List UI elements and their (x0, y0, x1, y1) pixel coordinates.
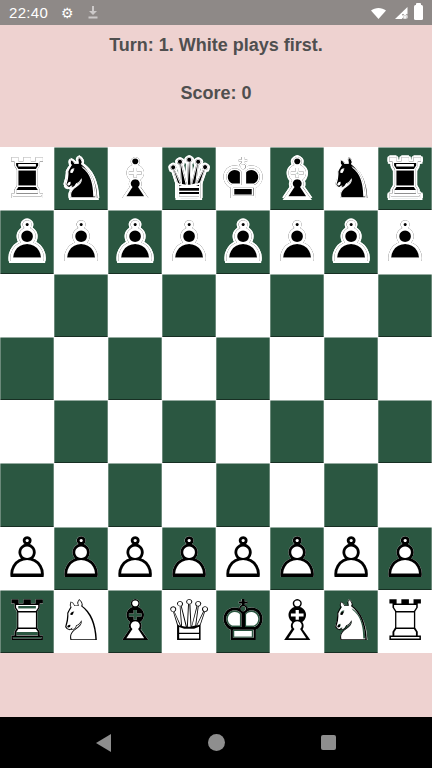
square-a7[interactable]: ♟♙ (0, 210, 54, 273)
square-b4[interactable] (54, 400, 108, 463)
square-b1[interactable]: ♞♘ (54, 590, 108, 653)
piece-black-rook[interactable]: ♜♖ (0, 147, 54, 210)
piece-outline-glyph: ♙ (324, 527, 378, 590)
piece-black-queen[interactable]: ♛♕ (162, 147, 216, 210)
square-g2[interactable]: ♟♙ (324, 527, 378, 590)
square-h6[interactable] (378, 274, 432, 337)
square-g7[interactable]: ♟♙ (324, 210, 378, 273)
score-status-text: Score: 0 (0, 56, 432, 104)
square-e7[interactable]: ♟♙ (216, 210, 270, 273)
piece-outline-glyph: ♙ (108, 210, 162, 273)
square-c4[interactable] (108, 400, 162, 463)
square-a1[interactable]: ♜♖ (0, 590, 54, 653)
battery-icon (414, 5, 423, 20)
square-b7[interactable]: ♟♙ (54, 210, 108, 273)
wifi-icon (370, 6, 387, 20)
square-g3[interactable] (324, 463, 378, 526)
square-d3[interactable] (162, 463, 216, 526)
piece-outline-glyph: ♖ (378, 590, 432, 653)
square-a3[interactable] (0, 463, 54, 526)
piece-black-pawn[interactable]: ♟♙ (324, 210, 378, 273)
status-bar-right-icons (370, 5, 423, 20)
turn-status-text: Turn: 1. White plays first. (0, 25, 432, 56)
clock-time: 22:40 (9, 4, 48, 21)
square-f5[interactable] (270, 337, 324, 400)
piece-white-pawn[interactable]: ♟♙ (54, 527, 108, 590)
square-f3[interactable] (270, 463, 324, 526)
square-e5[interactable] (216, 337, 270, 400)
piece-outline-glyph: ♖ (0, 147, 54, 210)
piece-outline-glyph: ♙ (378, 210, 432, 273)
piece-white-pawn[interactable]: ♟♙ (378, 527, 432, 590)
piece-black-pawn[interactable]: ♟♙ (54, 210, 108, 273)
square-d8[interactable]: ♛♕ (162, 147, 216, 210)
piece-outline-glyph: ♗ (270, 590, 324, 653)
back-button[interactable] (96, 734, 111, 752)
piece-outline-glyph: ♙ (54, 210, 108, 273)
piece-outline-glyph: ♙ (270, 210, 324, 273)
piece-white-knight[interactable]: ♞♘ (54, 590, 108, 653)
cell-signal-no-sim-icon (392, 6, 409, 20)
piece-outline-glyph: ♙ (162, 527, 216, 590)
status-bar: 22:40 ⚙ (0, 0, 432, 25)
piece-black-pawn[interactable]: ♟♙ (216, 210, 270, 273)
piece-black-pawn[interactable]: ♟♙ (108, 210, 162, 273)
piece-outline-glyph: ♗ (108, 147, 162, 210)
square-c3[interactable] (108, 463, 162, 526)
square-f4[interactable] (270, 400, 324, 463)
piece-white-queen[interactable]: ♛♕ (162, 590, 216, 653)
piece-outline-glyph: ♖ (378, 147, 432, 210)
piece-white-pawn[interactable]: ♟♙ (324, 527, 378, 590)
piece-black-pawn[interactable]: ♟♙ (270, 210, 324, 273)
square-h8[interactable]: ♜♖ (378, 147, 432, 210)
square-b3[interactable] (54, 463, 108, 526)
square-h1[interactable]: ♜♖ (378, 590, 432, 653)
square-c8[interactable]: ♝♗ (108, 147, 162, 210)
piece-black-pawn[interactable]: ♟♙ (378, 210, 432, 273)
piece-outline-glyph: ♖ (0, 590, 54, 653)
square-b2[interactable]: ♟♙ (54, 527, 108, 590)
square-c7[interactable]: ♟♙ (108, 210, 162, 273)
piece-white-knight[interactable]: ♞♘ (324, 590, 378, 653)
piece-black-king[interactable]: ♚♔ (216, 147, 270, 210)
square-f2[interactable]: ♟♙ (270, 527, 324, 590)
piece-outline-glyph: ♙ (324, 210, 378, 273)
square-a2[interactable]: ♟♙ (0, 527, 54, 590)
square-b5[interactable] (54, 337, 108, 400)
piece-outline-glyph: ♗ (270, 147, 324, 210)
square-d2[interactable]: ♟♙ (162, 527, 216, 590)
piece-outline-glyph: ♕ (162, 590, 216, 653)
piece-white-bishop[interactable]: ♝♗ (108, 590, 162, 653)
piece-outline-glyph: ♘ (324, 147, 378, 210)
bottom-spacer (0, 653, 432, 717)
square-g5[interactable] (324, 337, 378, 400)
piece-white-bishop[interactable]: ♝♗ (270, 590, 324, 653)
piece-outline-glyph: ♙ (0, 527, 54, 590)
square-f7[interactable]: ♟♙ (270, 210, 324, 273)
piece-white-pawn[interactable]: ♟♙ (0, 527, 54, 590)
square-d1[interactable]: ♛♕ (162, 590, 216, 653)
recents-button[interactable] (321, 735, 336, 750)
piece-outline-glyph: ♕ (162, 147, 216, 210)
square-e1[interactable]: ♚♔ (216, 590, 270, 653)
piece-white-pawn[interactable]: ♟♙ (108, 527, 162, 590)
piece-outline-glyph: ♙ (162, 210, 216, 273)
game-status-panel: Turn: 1. White plays first. Score: 0 (0, 25, 432, 147)
piece-outline-glyph: ♙ (108, 527, 162, 590)
square-h5[interactable] (378, 337, 432, 400)
home-button[interactable] (208, 734, 225, 751)
square-d7[interactable]: ♟♙ (162, 210, 216, 273)
piece-outline-glyph: ♘ (54, 147, 108, 210)
piece-black-knight[interactable]: ♞♘ (54, 147, 108, 210)
piece-black-pawn[interactable]: ♟♙ (0, 210, 54, 273)
square-h3[interactable] (378, 463, 432, 526)
square-b6[interactable] (54, 274, 108, 337)
piece-black-knight[interactable]: ♞♘ (324, 147, 378, 210)
piece-outline-glyph: ♙ (270, 527, 324, 590)
piece-outline-glyph: ♘ (54, 590, 108, 653)
piece-outline-glyph: ♙ (378, 527, 432, 590)
piece-black-bishop[interactable]: ♝♗ (108, 147, 162, 210)
square-f8[interactable]: ♝♗ (270, 147, 324, 210)
square-f6[interactable] (270, 274, 324, 337)
square-e3[interactable] (216, 463, 270, 526)
square-f1[interactable]: ♝♗ (270, 590, 324, 653)
piece-outline-glyph: ♙ (216, 210, 270, 273)
square-d4[interactable] (162, 400, 216, 463)
piece-white-pawn[interactable]: ♟♙ (216, 527, 270, 590)
piece-white-pawn[interactable]: ♟♙ (270, 527, 324, 590)
square-a6[interactable] (0, 274, 54, 337)
piece-outline-glyph: ♗ (108, 590, 162, 653)
square-g4[interactable] (324, 400, 378, 463)
gear-icon: ⚙ (61, 6, 74, 20)
square-e2[interactable]: ♟♙ (216, 527, 270, 590)
square-h2[interactable]: ♟♙ (378, 527, 432, 590)
phone-screen: 22:40 ⚙ Turn: 1. White plays first. Scor… (0, 0, 432, 768)
piece-white-pawn[interactable]: ♟♙ (162, 527, 216, 590)
square-a5[interactable] (0, 337, 54, 400)
piece-white-rook[interactable]: ♜♖ (378, 590, 432, 653)
piece-white-rook[interactable]: ♜♖ (0, 590, 54, 653)
square-h7[interactable]: ♟♙ (378, 210, 432, 273)
square-e6[interactable] (216, 274, 270, 337)
android-nav-bar (0, 717, 432, 768)
square-d6[interactable] (162, 274, 216, 337)
piece-white-king[interactable]: ♚♔ (216, 590, 270, 653)
square-a8[interactable]: ♜♖ (0, 147, 54, 210)
square-g8[interactable]: ♞♘ (324, 147, 378, 210)
piece-outline-glyph: ♔ (216, 147, 270, 210)
chess-board[interactable]: ♜♖♞♘♝♗♛♕♚♔♝♗♞♘♜♖♟♙♟♙♟♙♟♙♟♙♟♙♟♙♟♙♟♙♟♙♟♙♟♙… (0, 147, 432, 653)
square-a4[interactable] (0, 400, 54, 463)
square-b8[interactable]: ♞♘ (54, 147, 108, 210)
piece-outline-glyph: ♙ (216, 527, 270, 590)
square-c5[interactable] (108, 337, 162, 400)
piece-outline-glyph: ♘ (324, 590, 378, 653)
piece-black-pawn[interactable]: ♟♙ (162, 210, 216, 273)
piece-outline-glyph: ♙ (54, 527, 108, 590)
piece-outline-glyph: ♙ (0, 210, 54, 273)
square-h4[interactable] (378, 400, 432, 463)
square-e4[interactable] (216, 400, 270, 463)
square-c1[interactable]: ♝♗ (108, 590, 162, 653)
piece-black-rook[interactable]: ♜♖ (378, 147, 432, 210)
square-c6[interactable] (108, 274, 162, 337)
square-g6[interactable] (324, 274, 378, 337)
square-c2[interactable]: ♟♙ (108, 527, 162, 590)
piece-outline-glyph: ♔ (216, 590, 270, 653)
square-d5[interactable] (162, 337, 216, 400)
square-g1[interactable]: ♞♘ (324, 590, 378, 653)
piece-black-bishop[interactable]: ♝♗ (270, 147, 324, 210)
square-e8[interactable]: ♚♔ (216, 147, 270, 210)
download-icon (87, 6, 99, 19)
